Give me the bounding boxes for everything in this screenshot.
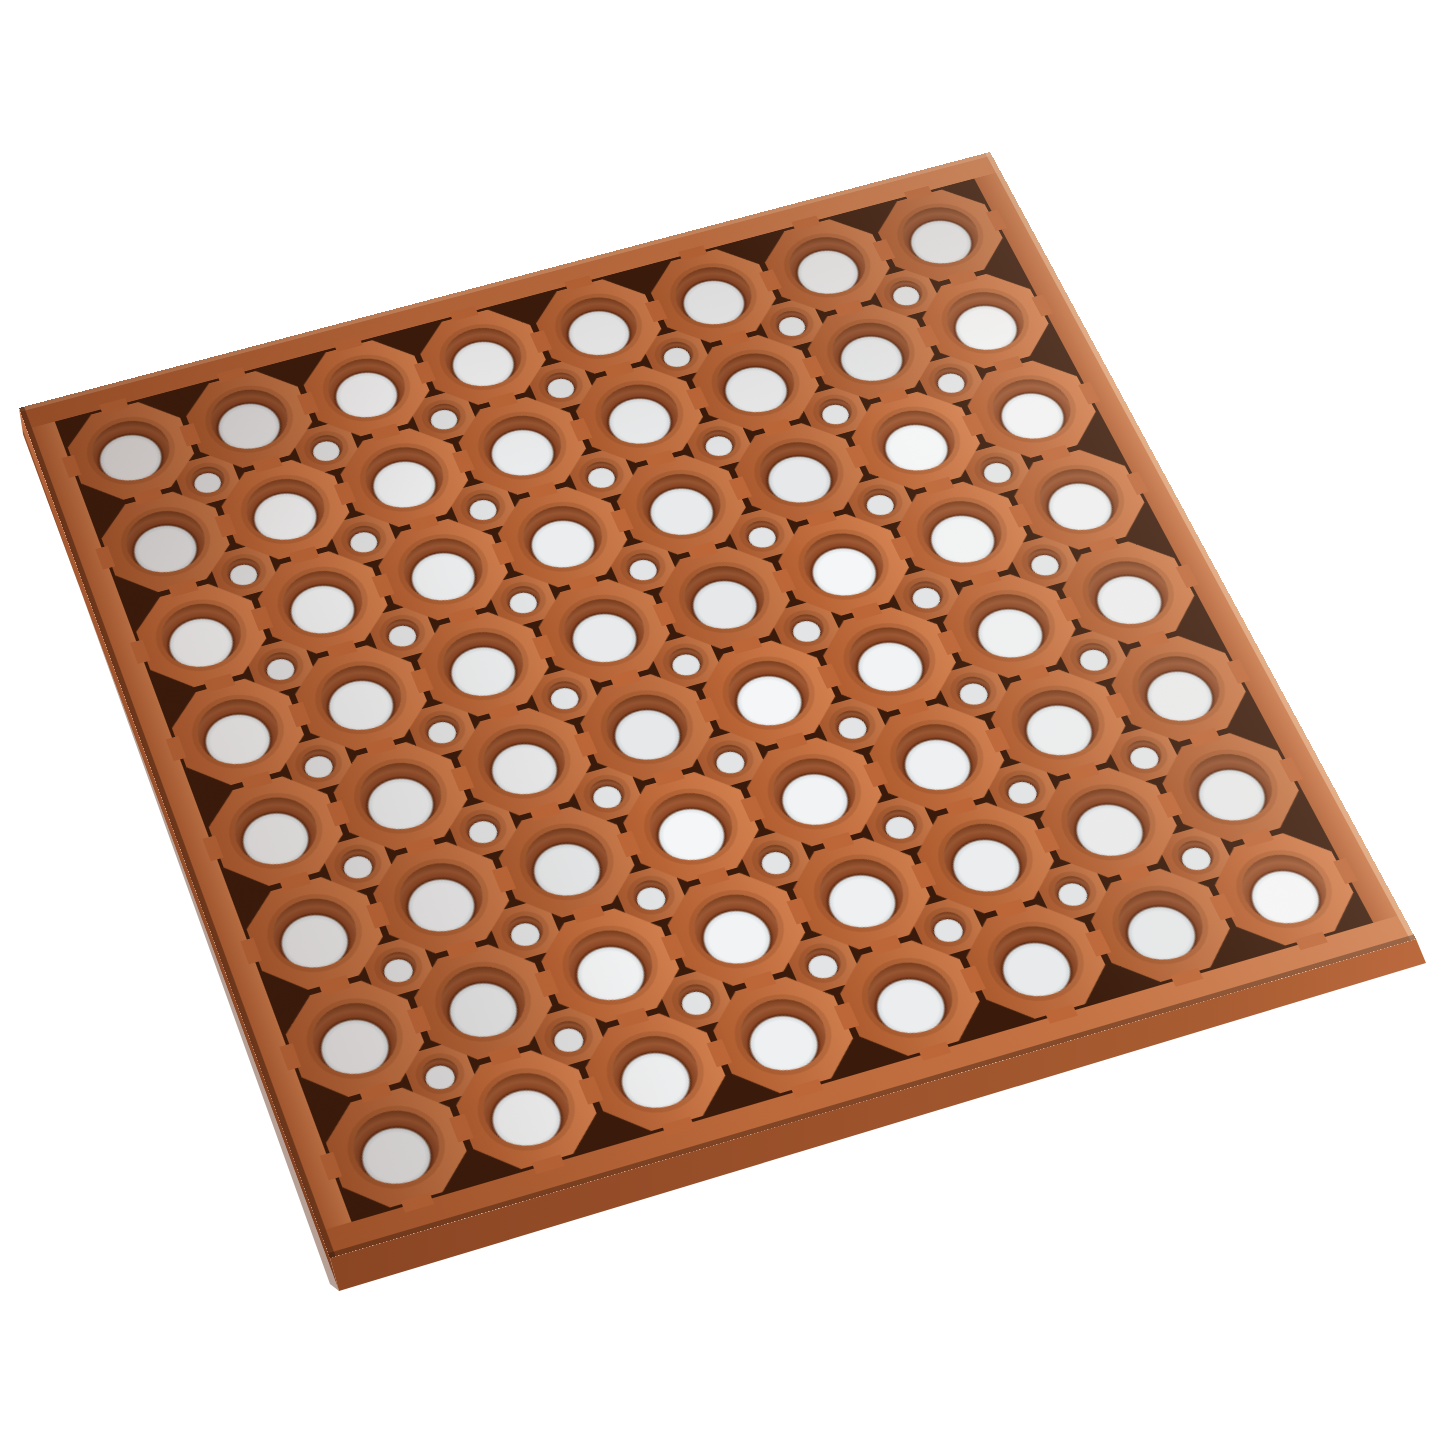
drain-hole-small: [376, 948, 422, 986]
drain-hole-small: [542, 678, 586, 713]
page-background: { "scene": { "type": "product-photo", "o…: [0, 0, 1445, 1445]
drain-hole-large: [1105, 881, 1216, 969]
drain-hole-large: [631, 466, 732, 544]
drain-hole-large: [865, 402, 966, 478]
drain-hole-large: [808, 850, 916, 937]
drain-hole-large: [1125, 647, 1232, 729]
drain-hole-large: [595, 686, 699, 769]
drain-hole-large: [717, 652, 821, 734]
drain-hole-large: [557, 921, 664, 1010]
drain-hole-large: [514, 819, 619, 905]
drain-hole-small: [904, 578, 949, 613]
drain-hole-large: [550, 290, 647, 364]
drain-hole-large: [355, 439, 453, 516]
drain-hole-large: [201, 382, 297, 457]
drain-hole-large: [821, 315, 921, 389]
drain-hole-large: [761, 749, 867, 834]
drain-hole-small: [707, 741, 752, 777]
drain-hole-large: [117, 503, 214, 581]
drain-hole-large: [473, 408, 572, 484]
drain-hole-large: [553, 590, 655, 671]
drain-hole-large: [673, 558, 775, 638]
drain-hole-small: [628, 876, 674, 914]
drain-hole-small: [381, 615, 425, 650]
drain-hole-small: [540, 369, 582, 401]
drain-hole-small: [814, 395, 857, 428]
drain-hole-small: [829, 707, 875, 743]
drain-hole-large: [349, 754, 452, 838]
drain-hole-large: [957, 586, 1062, 667]
drain-hole-large: [513, 498, 613, 576]
drain-hole-large: [432, 623, 534, 704]
drain-hole-small: [187, 463, 229, 496]
drain-hole-large: [891, 200, 989, 272]
drain-hole-large: [342, 1101, 450, 1194]
drain-hole-small: [545, 1017, 592, 1056]
drain-hole-large: [273, 562, 373, 642]
drain-hole-large: [302, 993, 408, 1083]
drain-hole-small: [1172, 837, 1220, 874]
drain-hole-large: [981, 917, 1092, 1006]
drain-hole-small: [1071, 639, 1117, 674]
drain-hole-small: [222, 555, 265, 589]
drain-hole-large: [910, 493, 1013, 571]
drain-hole-small: [305, 432, 347, 465]
drain-hole-small: [297, 745, 341, 781]
drain-hole-small: [858, 485, 902, 519]
drain-hole-large: [749, 434, 850, 511]
drain-hole-large: [83, 413, 179, 489]
drain-hole-large: [263, 889, 367, 977]
drain-hole-small: [784, 611, 829, 646]
drain-hole-small: [697, 426, 740, 459]
drain-hole-large: [188, 690, 289, 773]
drain-hole-large: [472, 1063, 581, 1155]
drain-hole-small: [753, 841, 799, 878]
drain-hole-small: [975, 453, 1019, 486]
drain-hole-large: [1176, 745, 1285, 830]
drain-hole-large: [792, 525, 895, 604]
drain-hole-small: [462, 490, 505, 524]
drain-hole-small: [740, 517, 784, 551]
drain-hole-small: [585, 775, 630, 812]
drain-hole-small: [1121, 737, 1168, 773]
drain-hole-large: [706, 345, 805, 420]
drain-hole-large: [393, 530, 493, 609]
drain-hole-large: [318, 351, 415, 426]
drain-hole-small: [673, 980, 720, 1019]
drain-hole-small: [664, 644, 709, 679]
drain-hole-large: [935, 284, 1035, 358]
drain-hole-small: [999, 771, 1046, 808]
drain-hole-large: [931, 815, 1039, 901]
drain-hole-large: [1229, 845, 1340, 932]
drain-hole-small: [501, 582, 545, 616]
drain-hole-small: [924, 908, 971, 946]
drain-hole-large: [1054, 780, 1163, 865]
drain-hole-large: [435, 320, 532, 394]
drain-hole-large: [855, 953, 965, 1043]
drain-hole-large: [601, 1026, 710, 1117]
drain-hole-large: [778, 229, 876, 301]
drain-hole-large: [237, 471, 335, 549]
drain-hole-large: [1005, 681, 1112, 764]
drain-hole-small: [417, 1054, 463, 1093]
drain-hole-small: [423, 400, 465, 433]
drain-hole-large: [683, 885, 791, 973]
drain-hole-small: [1049, 872, 1096, 910]
drain-hole-large: [1028, 461, 1132, 539]
drain-hole-small: [876, 806, 922, 843]
drain-hole-small: [621, 550, 665, 584]
drain-hole-small: [580, 458, 623, 491]
drain-hole-small: [461, 810, 506, 847]
drain-hole-large: [638, 784, 744, 869]
drain-hole-small: [336, 845, 381, 882]
drain-hole-small: [259, 649, 302, 684]
drain-hole-small: [342, 522, 385, 556]
drain-hole-small: [799, 944, 846, 982]
drain-hole-small: [951, 673, 997, 709]
drain-hole-large: [665, 259, 763, 332]
drain-hole-large: [837, 619, 942, 700]
drain-hole-small: [884, 277, 927, 309]
drain-hole-large: [473, 720, 576, 804]
drain-hole-small: [420, 711, 464, 747]
drain-hole-large: [1076, 553, 1181, 633]
drain-hole-small: [770, 308, 813, 340]
drain-hole-large: [389, 854, 494, 941]
drain-hole-small: [655, 338, 698, 370]
drain-hole-large: [310, 657, 411, 739]
drain-hole-large: [225, 788, 328, 873]
drain-hole-small: [502, 912, 548, 950]
drain-hole-large: [884, 715, 991, 799]
drain-hole-small: [1022, 545, 1067, 579]
drain-hole-large: [430, 957, 537, 1046]
drain-hole-large: [590, 376, 689, 452]
drain-hole-large: [152, 595, 251, 675]
drain-hole-large: [981, 371, 1083, 447]
drain-hole-large: [728, 990, 838, 1080]
drain-hole-small: [929, 364, 973, 396]
